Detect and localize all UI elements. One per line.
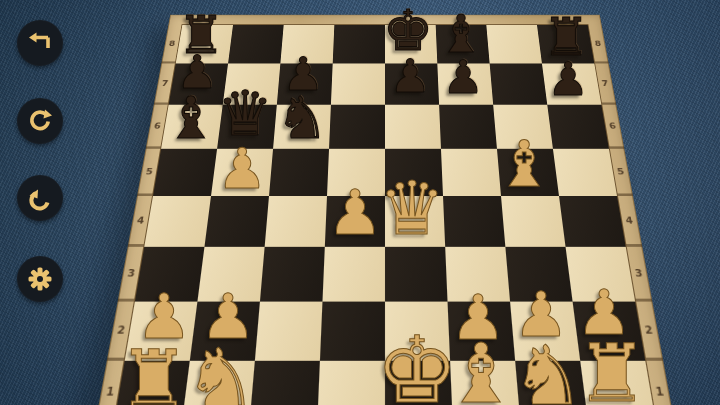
piece-black-pawn-f7[interactable]: ♟ <box>442 54 483 100</box>
chess-app: 8877665544332211 ♜♚♝♜♟♟♟♟♟♝♛♞♟♝♟♛♟♟♟♟♟♜♞… <box>0 0 720 405</box>
piece-white-knight-b1[interactable]: ♞ <box>184 338 258 405</box>
pieces-layer: ♜♚♝♜♟♟♟♟♟♝♛♞♟♝♟♛♟♟♟♟♟♜♞♚♝♞♜ <box>0 0 720 405</box>
piece-white-rook-h1[interactable]: ♜ <box>576 334 648 405</box>
piece-black-pawn-e7[interactable]: ♟ <box>389 53 430 99</box>
piece-white-king-e1[interactable]: ♚ <box>376 325 458 405</box>
piece-black-bishop-a6[interactable]: ♝ <box>165 89 217 147</box>
piece-black-pawn-h7[interactable]: ♟ <box>547 56 588 102</box>
piece-white-bishop-g5[interactable]: ♝ <box>495 132 552 196</box>
piece-white-pawn-b5[interactable]: ♟ <box>217 141 267 197</box>
piece-white-rook-a1[interactable]: ♜ <box>118 340 190 405</box>
piece-black-knight-c6[interactable]: ♞ <box>276 89 328 147</box>
piece-white-knight-g1[interactable]: ♞ <box>511 335 585 405</box>
piece-white-pawn-d4[interactable]: ♟ <box>327 182 383 244</box>
piece-white-queen-e4[interactable]: ♛ <box>379 171 445 245</box>
